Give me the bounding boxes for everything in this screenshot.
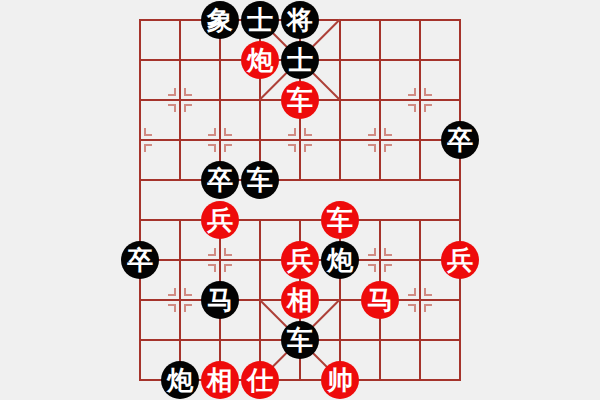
piece-black-chariot[interactable]: 车 [281, 321, 319, 359]
piece-red-soldier[interactable]: 兵 [281, 241, 319, 279]
piece-red-soldier[interactable]: 兵 [441, 241, 479, 279]
piece-red-soldier[interactable]: 兵 [201, 201, 239, 239]
piece-red-horse[interactable]: 马 [361, 281, 399, 319]
piece-red-chariot[interactable]: 车 [281, 81, 319, 119]
piece-black-advisor[interactable]: 士 [241, 1, 279, 39]
piece-black-soldier[interactable]: 卒 [201, 161, 239, 199]
piece-black-horse[interactable]: 马 [201, 281, 239, 319]
piece-black-general[interactable]: 将 [281, 1, 319, 39]
piece-black-soldier[interactable]: 卒 [441, 121, 479, 159]
piece-red-chariot[interactable]: 车 [321, 201, 359, 239]
piece-red-elephant[interactable]: 相 [201, 361, 239, 399]
xiangqi-app-background: 象士将炮士车卒卒车兵车卒兵炮兵马相马车炮相仕帅 [0, 0, 600, 400]
piece-black-cannon[interactable]: 炮 [321, 241, 359, 279]
piece-black-cannon[interactable]: 炮 [161, 361, 199, 399]
xiangqi-board[interactable]: 象士将炮士车卒卒车兵车卒兵炮兵马相马车炮相仕帅 [120, 0, 480, 400]
piece-black-advisor[interactable]: 士 [281, 41, 319, 79]
piece-black-elephant[interactable]: 象 [201, 1, 239, 39]
piece-red-cannon[interactable]: 炮 [241, 41, 279, 79]
piece-red-elephant[interactable]: 相 [281, 281, 319, 319]
piece-red-general[interactable]: 帅 [321, 361, 359, 399]
piece-black-chariot[interactable]: 车 [241, 161, 279, 199]
piece-red-advisor[interactable]: 仕 [241, 361, 279, 399]
piece-black-soldier[interactable]: 卒 [121, 241, 159, 279]
